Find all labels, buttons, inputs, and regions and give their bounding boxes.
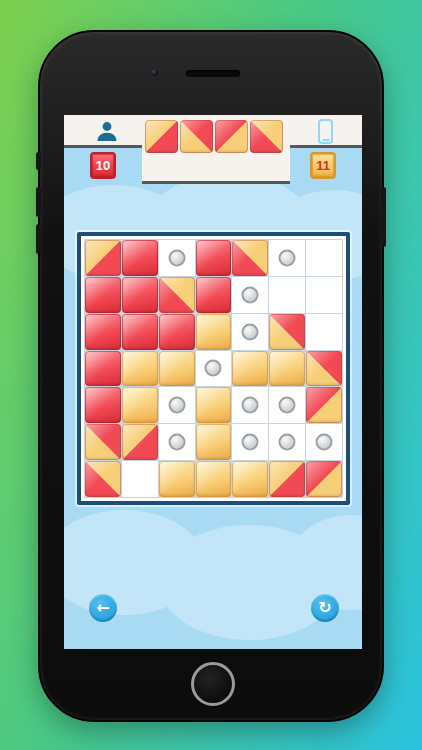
grid-cell[interactable] [159, 314, 195, 350]
grid-cell[interactable] [306, 424, 342, 460]
grid-cell[interactable] [196, 424, 232, 460]
tile-tray [142, 115, 290, 184]
grid-cell[interactable] [306, 387, 342, 423]
grid-cell[interactable] [306, 461, 342, 497]
grid-cell[interactable] [159, 461, 195, 497]
volume-down-button [36, 224, 41, 254]
page-background: 10 11 ← ↻ [0, 0, 422, 750]
tray-tile[interactable] [145, 120, 178, 153]
yellow-counter-badge: 11 [310, 152, 336, 179]
grid-cell[interactable] [159, 240, 195, 276]
camera-dot [150, 68, 159, 77]
grid-cell[interactable] [196, 314, 232, 350]
speaker-slit [186, 70, 240, 77]
grid-cell[interactable] [122, 240, 158, 276]
mute-switch [36, 152, 41, 170]
grid-cell[interactable] [159, 424, 195, 460]
player-icon[interactable] [95, 120, 119, 144]
grid-cell[interactable] [159, 387, 195, 423]
grid-cell[interactable] [196, 240, 232, 276]
back-button[interactable]: ← [89, 594, 117, 622]
grid-cell[interactable] [85, 387, 121, 423]
board-grid [84, 239, 343, 498]
phone-frame: 10 11 ← ↻ [38, 30, 384, 722]
power-button [381, 187, 386, 247]
grid-cell[interactable] [306, 351, 342, 387]
grid-cell[interactable] [85, 314, 121, 350]
grid-cell[interactable] [122, 387, 158, 423]
grid-cell[interactable] [269, 387, 305, 423]
grid-cell[interactable] [269, 240, 305, 276]
grid-cell[interactable] [85, 461, 121, 497]
device-icon[interactable] [318, 119, 333, 144]
grid-cell[interactable] [232, 387, 268, 423]
tray-tile[interactable] [250, 120, 283, 153]
grid-cell[interactable] [122, 351, 158, 387]
board [77, 232, 350, 505]
grid-cell[interactable] [196, 277, 232, 313]
game-screen: 10 11 ← ↻ [64, 115, 362, 649]
grid-cell[interactable] [232, 461, 268, 497]
grid-cell[interactable] [122, 461, 158, 497]
replay-button[interactable]: ↻ [311, 594, 339, 622]
grid-cell[interactable] [85, 424, 121, 460]
volume-up-button [36, 187, 41, 217]
grid-cell[interactable] [196, 387, 232, 423]
grid-cell[interactable] [122, 277, 158, 313]
red-counter-badge: 10 [90, 152, 116, 179]
grid-cell[interactable] [85, 277, 121, 313]
grid-cell[interactable] [232, 314, 268, 350]
grid-cell[interactable] [269, 424, 305, 460]
grid-cell[interactable] [232, 277, 268, 313]
tray-tile[interactable] [215, 120, 248, 153]
grid-cell[interactable] [232, 424, 268, 460]
grid-cell[interactable] [269, 314, 305, 350]
grid-cell[interactable] [85, 351, 121, 387]
grid-cell[interactable] [159, 351, 195, 387]
grid-cell[interactable] [306, 277, 342, 313]
grid-cell[interactable] [269, 351, 305, 387]
grid-cell[interactable] [122, 424, 158, 460]
home-button [191, 662, 235, 706]
grid-cell[interactable] [306, 240, 342, 276]
grid-cell[interactable] [85, 240, 121, 276]
grid-cell[interactable] [122, 314, 158, 350]
grid-cell[interactable] [269, 461, 305, 497]
grid-cell[interactable] [232, 351, 268, 387]
grid-cell[interactable] [196, 461, 232, 497]
grid-cell[interactable] [269, 277, 305, 313]
tray-tile[interactable] [180, 120, 213, 153]
grid-cell[interactable] [196, 351, 232, 387]
grid-cell[interactable] [232, 240, 268, 276]
grid-cell[interactable] [306, 314, 342, 350]
grid-cell[interactable] [159, 277, 195, 313]
